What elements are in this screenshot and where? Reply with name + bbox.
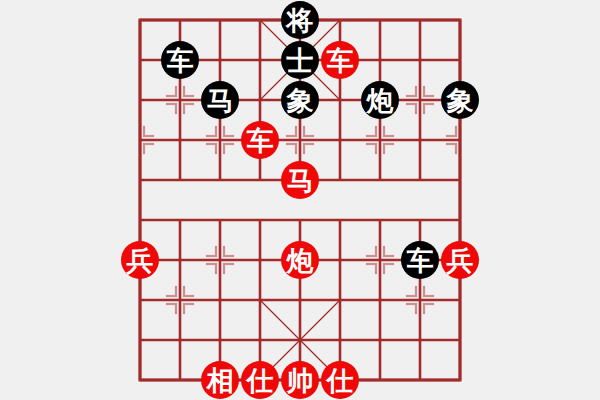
piece-black-general[interactable]: 将 (281, 1, 319, 39)
piece-red-chariot[interactable]: 车 (241, 121, 279, 159)
piece-black-cannon[interactable]: 炮 (361, 81, 399, 119)
piece-black-elephant[interactable]: 象 (281, 81, 319, 119)
piece-red-cannon[interactable]: 炮 (281, 241, 319, 279)
piece-red-chariot[interactable]: 车 (321, 41, 359, 79)
piece-black-chariot[interactable]: 车 (161, 41, 199, 79)
piece-black-horse[interactable]: 马 (201, 81, 239, 119)
piece-black-chariot[interactable]: 车 (401, 241, 439, 279)
xiangqi-app-background: 将车士车马象炮象车马兵炮车兵相仕帅仕 (0, 0, 600, 400)
piece-red-general[interactable]: 帅 (281, 361, 319, 399)
piece-black-elephant[interactable]: 象 (441, 81, 479, 119)
piece-red-pawn[interactable]: 兵 (121, 241, 159, 279)
piece-red-elephant[interactable]: 相 (201, 361, 239, 399)
piece-black-advisor[interactable]: 士 (281, 41, 319, 79)
piece-red-advisor[interactable]: 仕 (241, 361, 279, 399)
piece-red-pawn[interactable]: 兵 (441, 241, 479, 279)
piece-red-horse[interactable]: 马 (281, 161, 319, 199)
piece-red-advisor[interactable]: 仕 (321, 361, 359, 399)
xiangqi-board[interactable]: 将车士车马象炮象车马兵炮车兵相仕帅仕 (120, 0, 480, 400)
